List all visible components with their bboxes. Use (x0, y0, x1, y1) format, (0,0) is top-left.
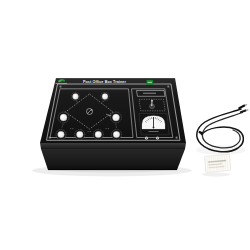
knob-bottom-3 (93, 129, 103, 139)
knob-bottom-2 (75, 129, 85, 139)
box-front-edge (40, 143, 186, 149)
meter-label-text (149, 131, 159, 132)
screw-icon (59, 86, 61, 88)
knob-bottom-4 (111, 129, 121, 139)
knob-mid-right (110, 112, 121, 123)
screw-icon (176, 137, 178, 139)
label-tag (205, 154, 231, 172)
screw-icon (167, 86, 169, 88)
test-leads-wire (197, 103, 249, 151)
function-label-text (143, 93, 156, 94)
knob-bottom-1 (56, 129, 66, 139)
box-base (41, 149, 185, 170)
product-photo: Post Office Box Trainer (0, 0, 250, 250)
knob-mid-left (58, 112, 69, 123)
banana-plug-icon (238, 103, 248, 109)
photo-canvas: Post Office Box Trainer (0, 0, 250, 250)
meter-pivot (153, 127, 155, 129)
power-badge (147, 80, 154, 85)
panel-title: Post Office Box Trainer (83, 80, 127, 84)
